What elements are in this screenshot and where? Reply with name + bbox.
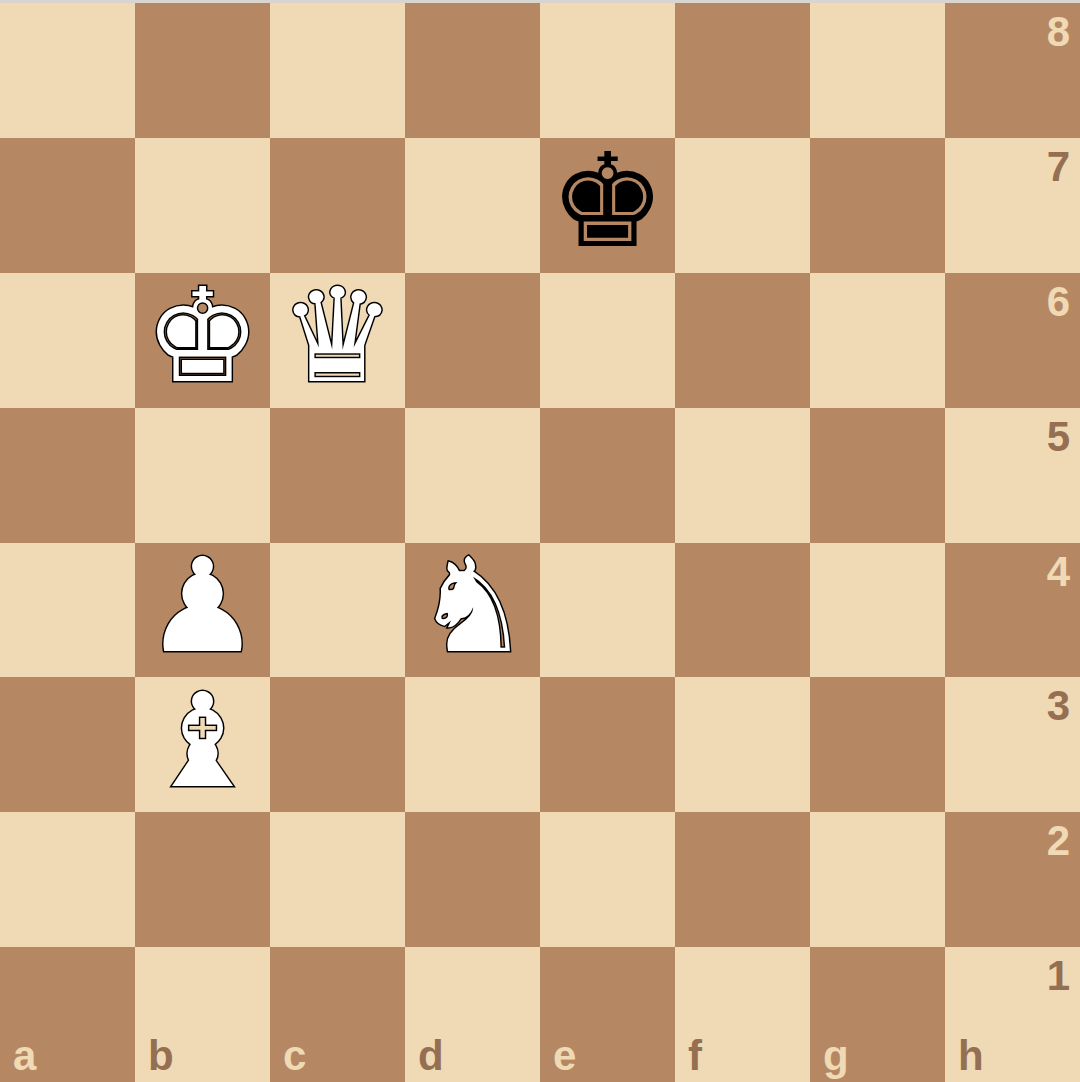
square-e2[interactable] [540, 812, 675, 947]
square-c8[interactable] [270, 3, 405, 138]
square-h8[interactable]: 8 [945, 3, 1080, 138]
piece-white-queen[interactable]: ♛ [279, 271, 396, 401]
square-h6[interactable]: 6 [945, 273, 1080, 408]
square-b1[interactable]: b [135, 947, 270, 1082]
square-g3[interactable] [810, 677, 945, 812]
rank-label-7: 7 [1047, 146, 1070, 188]
square-h7[interactable]: 7 [945, 138, 1080, 273]
square-f7[interactable] [675, 138, 810, 273]
square-c7[interactable] [270, 138, 405, 273]
rank-label-2: 2 [1047, 820, 1070, 862]
board-grid: 8♚7♚♛65♟♞4♝32abcdefg1h [0, 3, 1080, 1082]
square-d6[interactable] [405, 273, 540, 408]
square-e1[interactable]: e [540, 947, 675, 1082]
piece-white-knight[interactable]: ♞ [414, 541, 531, 671]
square-a8[interactable] [0, 3, 135, 138]
square-f8[interactable] [675, 3, 810, 138]
file-label-b: b [148, 1035, 174, 1077]
square-a1[interactable]: a [0, 947, 135, 1082]
square-g5[interactable] [810, 408, 945, 543]
square-a3[interactable] [0, 677, 135, 812]
square-g4[interactable] [810, 543, 945, 678]
square-d1[interactable]: d [405, 947, 540, 1082]
file-label-f: f [688, 1035, 702, 1077]
rank-label-4: 4 [1047, 551, 1070, 593]
square-g7[interactable] [810, 138, 945, 273]
square-b7[interactable] [135, 138, 270, 273]
square-b3[interactable]: ♝ [135, 677, 270, 812]
square-a6[interactable] [0, 273, 135, 408]
square-c1[interactable]: c [270, 947, 405, 1082]
square-e5[interactable] [540, 408, 675, 543]
square-g6[interactable] [810, 273, 945, 408]
file-label-h: h [958, 1035, 984, 1077]
square-g8[interactable] [810, 3, 945, 138]
square-c5[interactable] [270, 408, 405, 543]
rank-label-5: 5 [1047, 416, 1070, 458]
file-label-g: g [823, 1035, 849, 1077]
square-b8[interactable] [135, 3, 270, 138]
square-d8[interactable] [405, 3, 540, 138]
square-e3[interactable] [540, 677, 675, 812]
rank-label-6: 6 [1047, 281, 1070, 323]
square-b5[interactable] [135, 408, 270, 543]
square-e8[interactable] [540, 3, 675, 138]
square-c6[interactable]: ♛ [270, 273, 405, 408]
square-c2[interactable] [270, 812, 405, 947]
square-d3[interactable] [405, 677, 540, 812]
square-f5[interactable] [675, 408, 810, 543]
square-f1[interactable]: f [675, 947, 810, 1082]
chess-board: 8♚7♚♛65♟♞4♝32abcdefg1h [0, 3, 1080, 1082]
file-label-e: e [553, 1035, 576, 1077]
square-a2[interactable] [0, 812, 135, 947]
square-h5[interactable]: 5 [945, 408, 1080, 543]
piece-black-king[interactable]: ♚ [549, 136, 666, 266]
square-a5[interactable] [0, 408, 135, 543]
square-h2[interactable]: 2 [945, 812, 1080, 947]
square-d5[interactable] [405, 408, 540, 543]
piece-white-bishop[interactable]: ♝ [144, 676, 261, 806]
square-d7[interactable] [405, 138, 540, 273]
rank-label-8: 8 [1047, 11, 1070, 53]
square-d2[interactable] [405, 812, 540, 947]
square-e7[interactable]: ♚ [540, 138, 675, 273]
square-c4[interactable] [270, 543, 405, 678]
square-g2[interactable] [810, 812, 945, 947]
rank-label-1: 1 [1047, 955, 1070, 997]
rank-label-3: 3 [1047, 685, 1070, 727]
square-e4[interactable] [540, 543, 675, 678]
file-label-c: c [283, 1035, 306, 1077]
square-f4[interactable] [675, 543, 810, 678]
square-h1[interactable]: 1h [945, 947, 1080, 1082]
piece-white-king[interactable]: ♚ [144, 271, 261, 401]
file-label-a: a [13, 1035, 36, 1077]
file-label-d: d [418, 1035, 444, 1077]
square-g1[interactable]: g [810, 947, 945, 1082]
square-h3[interactable]: 3 [945, 677, 1080, 812]
square-d4[interactable]: ♞ [405, 543, 540, 678]
square-f6[interactable] [675, 273, 810, 408]
square-f3[interactable] [675, 677, 810, 812]
square-b4[interactable]: ♟ [135, 543, 270, 678]
square-b6[interactable]: ♚ [135, 273, 270, 408]
square-h4[interactable]: 4 [945, 543, 1080, 678]
square-c3[interactable] [270, 677, 405, 812]
square-b2[interactable] [135, 812, 270, 947]
square-a4[interactable] [0, 543, 135, 678]
square-e6[interactable] [540, 273, 675, 408]
square-f2[interactable] [675, 812, 810, 947]
square-a7[interactable] [0, 138, 135, 273]
piece-white-pawn[interactable]: ♟ [144, 541, 261, 671]
